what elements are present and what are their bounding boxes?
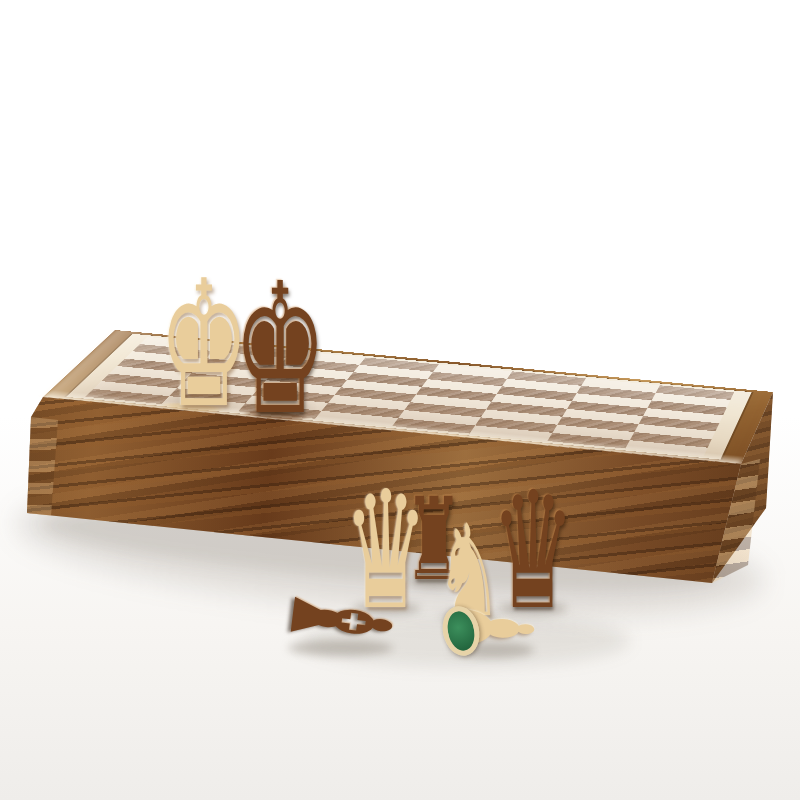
piece-shadow	[288, 640, 393, 656]
chessboard-grid	[85, 337, 734, 456]
piece-black-bishop: ♝	[268, 578, 412, 662]
box-ground-shadow	[12, 466, 769, 639]
piece-white-knight: ♞	[436, 508, 502, 635]
piece-shadow	[352, 602, 420, 615]
piece-white-queen: ♛	[344, 469, 429, 632]
piece-shadow	[442, 611, 495, 624]
piece-shadow	[450, 642, 534, 658]
piece-black-queen: ♛	[491, 470, 575, 632]
piece-shadow	[410, 575, 458, 588]
pieces-ground-shadow	[300, 615, 630, 667]
piece-black-rook: ♜	[404, 483, 463, 597]
piece-white-pawn: ♟	[436, 599, 548, 657]
pawn-felt-base	[438, 603, 484, 659]
box-contact-shadow	[39, 493, 722, 606]
product-photo-scene: Folding wooden magnetic chess set box cl…	[0, 0, 800, 800]
piece-shadow	[499, 602, 567, 615]
box-top-board	[43, 330, 773, 464]
board-border	[66, 334, 751, 460]
